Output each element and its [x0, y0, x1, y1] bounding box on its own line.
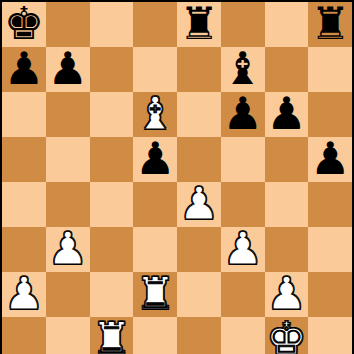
black-pawn-piece: ♟ — [135, 136, 175, 181]
square-g1[interactable]: ♚ — [265, 317, 309, 354]
square-h6[interactable] — [308, 92, 352, 137]
black-rook-piece: ♜ — [310, 1, 350, 46]
square-b2[interactable] — [46, 272, 90, 317]
square-c6[interactable] — [90, 92, 134, 137]
square-e2[interactable] — [177, 272, 221, 317]
square-f1[interactable] — [221, 317, 265, 354]
black-pawn-piece: ♟ — [222, 91, 262, 136]
white-rook-piece: ♜ — [91, 316, 131, 354]
square-h7[interactable] — [308, 47, 352, 92]
square-g3[interactable] — [265, 227, 309, 272]
black-rook-piece: ♜ — [179, 1, 219, 46]
black-pawn-piece: ♟ — [4, 46, 44, 91]
square-d3[interactable] — [133, 227, 177, 272]
square-h2[interactable] — [308, 272, 352, 317]
square-e3[interactable] — [177, 227, 221, 272]
square-c2[interactable] — [90, 272, 134, 317]
square-d7[interactable] — [133, 47, 177, 92]
white-pawn-piece: ♟ — [47, 226, 87, 271]
black-pawn-piece: ♟ — [47, 46, 87, 91]
square-c4[interactable] — [90, 182, 134, 227]
square-b7[interactable]: ♟ — [46, 47, 90, 92]
white-pawn-piece: ♟ — [179, 181, 219, 226]
black-king-piece: ♚ — [4, 1, 44, 46]
square-a2[interactable]: ♟ — [2, 272, 46, 317]
square-d2[interactable]: ♜ — [133, 272, 177, 317]
square-d5[interactable]: ♟ — [133, 137, 177, 182]
square-g6[interactable]: ♟ — [265, 92, 309, 137]
square-e6[interactable] — [177, 92, 221, 137]
square-b5[interactable] — [46, 137, 90, 182]
square-f3[interactable]: ♟ — [221, 227, 265, 272]
white-bishop-piece: ♝ — [135, 91, 175, 136]
square-c7[interactable] — [90, 47, 134, 92]
square-e4[interactable]: ♟ — [177, 182, 221, 227]
square-b6[interactable] — [46, 92, 90, 137]
square-a7[interactable]: ♟ — [2, 47, 46, 92]
square-f5[interactable] — [221, 137, 265, 182]
white-pawn-piece: ♟ — [222, 226, 262, 271]
square-c5[interactable] — [90, 137, 134, 182]
square-a5[interactable] — [2, 137, 46, 182]
square-f2[interactable] — [221, 272, 265, 317]
square-c3[interactable] — [90, 227, 134, 272]
square-g8[interactable] — [265, 2, 309, 47]
square-f8[interactable] — [221, 2, 265, 47]
white-king-piece: ♚ — [266, 316, 306, 354]
square-b3[interactable]: ♟ — [46, 227, 90, 272]
chess-board-frame: ♚♜♜♟♟♝♝♟♟♟♟♟♟♟♟♜♟♜♚ — [0, 0, 354, 354]
square-c8[interactable] — [90, 2, 134, 47]
square-c1[interactable]: ♜ — [90, 317, 134, 354]
white-pawn-piece: ♟ — [266, 271, 306, 316]
square-e8[interactable]: ♜ — [177, 2, 221, 47]
square-e1[interactable] — [177, 317, 221, 354]
square-g7[interactable] — [265, 47, 309, 92]
square-d8[interactable] — [133, 2, 177, 47]
square-d6[interactable]: ♝ — [133, 92, 177, 137]
square-h3[interactable] — [308, 227, 352, 272]
square-b8[interactable] — [46, 2, 90, 47]
square-b4[interactable] — [46, 182, 90, 227]
chess-board: ♚♜♜♟♟♝♝♟♟♟♟♟♟♟♟♜♟♜♚ — [2, 2, 352, 352]
square-a4[interactable] — [2, 182, 46, 227]
square-f4[interactable] — [221, 182, 265, 227]
square-f7[interactable]: ♝ — [221, 47, 265, 92]
square-a3[interactable] — [2, 227, 46, 272]
square-g2[interactable]: ♟ — [265, 272, 309, 317]
square-h5[interactable]: ♟ — [308, 137, 352, 182]
square-h4[interactable] — [308, 182, 352, 227]
square-e5[interactable] — [177, 137, 221, 182]
square-d1[interactable] — [133, 317, 177, 354]
square-h8[interactable]: ♜ — [308, 2, 352, 47]
white-pawn-piece: ♟ — [4, 271, 44, 316]
square-b1[interactable] — [46, 317, 90, 354]
black-pawn-piece: ♟ — [266, 91, 306, 136]
black-bishop-piece: ♝ — [222, 46, 262, 91]
white-rook-piece: ♜ — [135, 271, 175, 316]
square-g4[interactable] — [265, 182, 309, 227]
square-g5[interactable] — [265, 137, 309, 182]
square-a8[interactable]: ♚ — [2, 2, 46, 47]
square-f6[interactable]: ♟ — [221, 92, 265, 137]
square-e7[interactable] — [177, 47, 221, 92]
black-pawn-piece: ♟ — [310, 136, 350, 181]
square-a1[interactable] — [2, 317, 46, 354]
square-a6[interactable] — [2, 92, 46, 137]
square-h1[interactable] — [308, 317, 352, 354]
square-d4[interactable] — [133, 182, 177, 227]
